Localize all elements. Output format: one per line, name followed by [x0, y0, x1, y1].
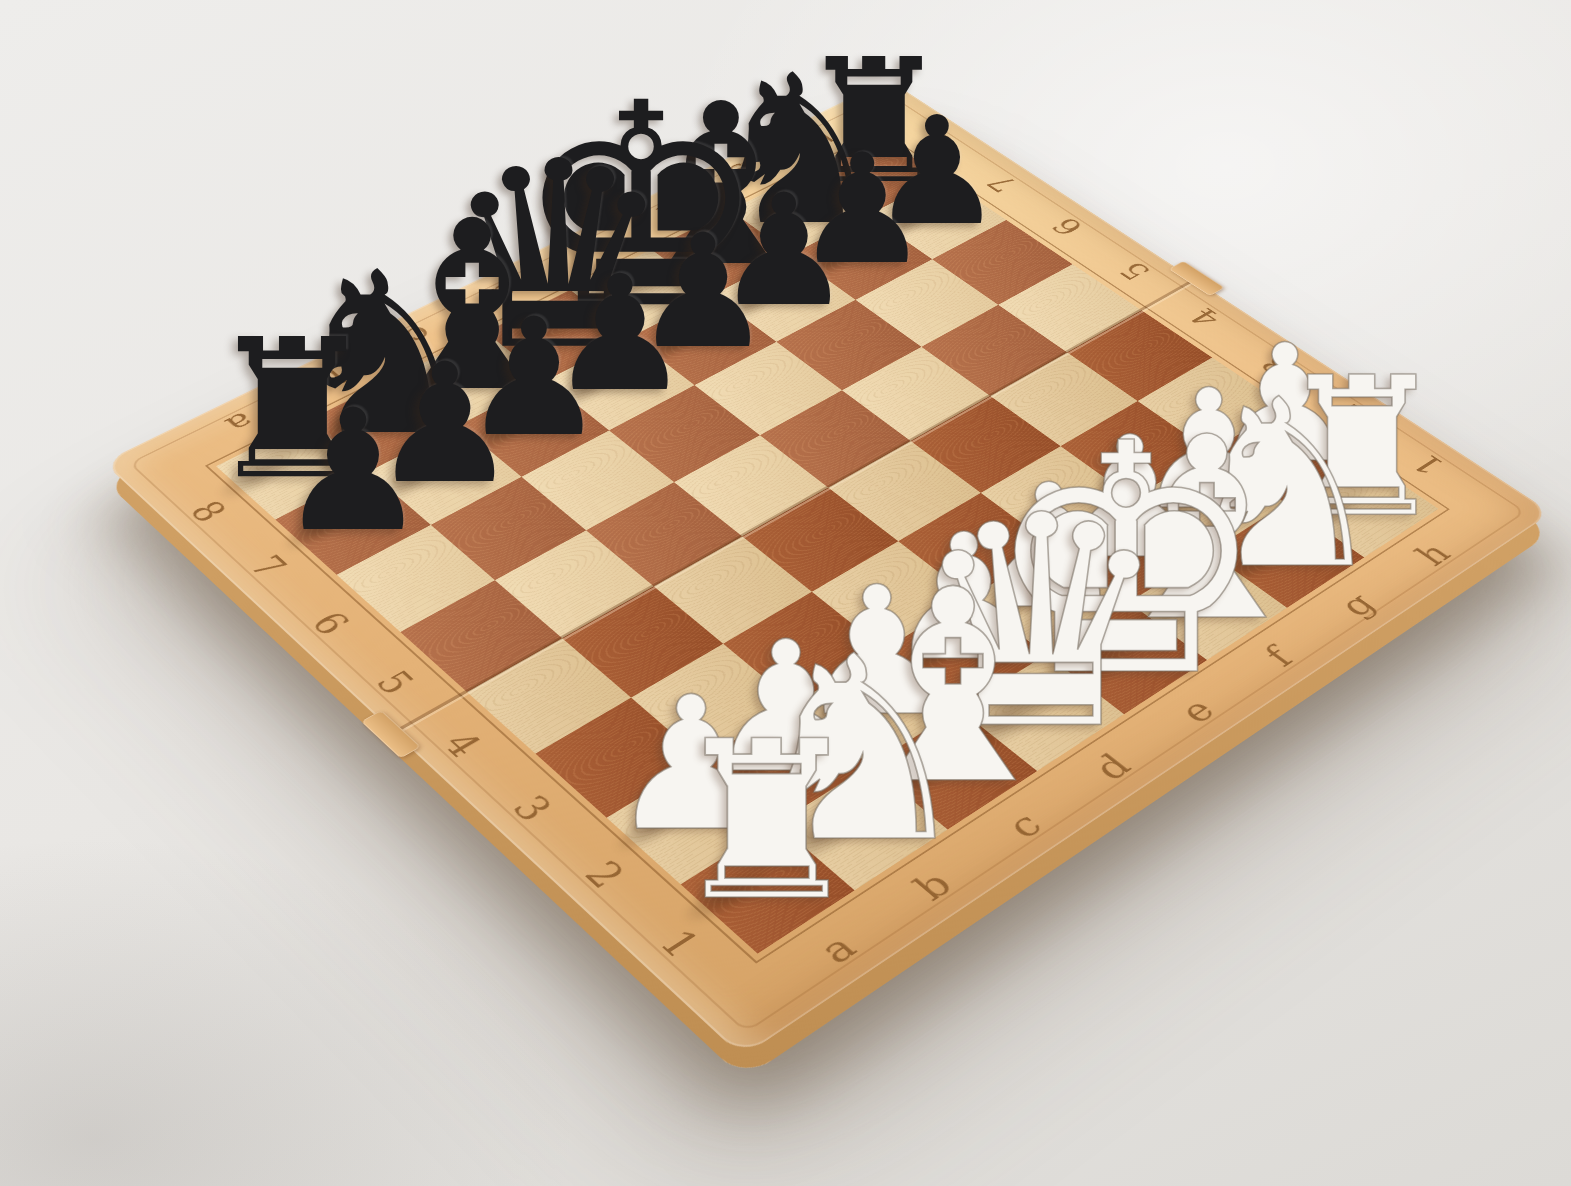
- scene-background: 8765432187654321abcdefghabcdefgh ♜♞♟♝♟♚♟…: [0, 0, 1571, 1186]
- piece-black-pawn[interactable]: ♟: [244, 387, 462, 555]
- pieces-layer: ♜♞♟♝♟♚♟♛♟♝♟♞♟♟♜♟♟♜♟♟♞♟♝♟♚♟♛♟♝♟♞♜: [0, 0, 1571, 1186]
- piece-white-rook[interactable]: ♜: [625, 712, 909, 931]
